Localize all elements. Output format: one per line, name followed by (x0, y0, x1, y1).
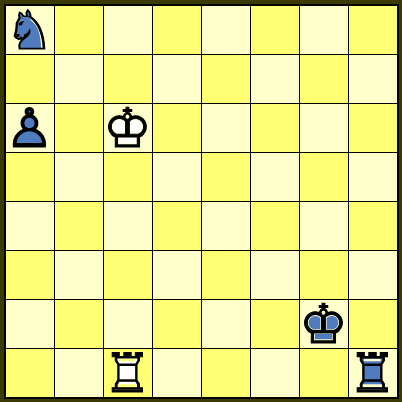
square-h4[interactable] (349, 202, 397, 250)
square-d6[interactable] (153, 104, 201, 152)
square-e4[interactable] (202, 202, 250, 250)
square-d8[interactable] (153, 6, 201, 54)
square-g8[interactable] (300, 6, 348, 54)
chess-board: ♞♘♟♙♚♔♚♔♜♖♜♖ (4, 4, 399, 399)
square-g5[interactable] (300, 153, 348, 201)
square-c1[interactable]: ♜♖ (104, 349, 152, 397)
piece-glyph-outline: ♘ (6, 7, 54, 55)
square-b2[interactable] (55, 300, 103, 348)
square-b1[interactable] (55, 349, 103, 397)
square-c5[interactable] (104, 153, 152, 201)
square-c4[interactable] (104, 202, 152, 250)
square-g7[interactable] (300, 55, 348, 103)
square-h2[interactable] (349, 300, 397, 348)
square-f6[interactable] (251, 104, 299, 152)
piece-glyph-fill: ♟ (6, 105, 54, 153)
square-d4[interactable] (153, 202, 201, 250)
piece-glyph-outline: ♖ (349, 350, 397, 398)
square-f2[interactable] (251, 300, 299, 348)
square-b3[interactable] (55, 251, 103, 299)
square-f3[interactable] (251, 251, 299, 299)
piece-white-king: ♚♔ (104, 104, 152, 152)
square-d1[interactable] (153, 349, 201, 397)
board-frame: ♞♘♟♙♚♔♚♔♜♖♜♖ (0, 0, 402, 402)
square-c2[interactable] (104, 300, 152, 348)
square-a3[interactable] (6, 251, 54, 299)
piece-black-pawn: ♟♙ (6, 104, 54, 152)
square-a1[interactable] (6, 349, 54, 397)
square-f4[interactable] (251, 202, 299, 250)
piece-black-rook: ♜♖ (349, 349, 397, 397)
square-b7[interactable] (55, 55, 103, 103)
square-e6[interactable] (202, 104, 250, 152)
piece-glyph-outline: ♔ (300, 301, 348, 349)
square-h5[interactable] (349, 153, 397, 201)
square-d7[interactable] (153, 55, 201, 103)
square-f8[interactable] (251, 6, 299, 54)
square-f5[interactable] (251, 153, 299, 201)
square-g1[interactable] (300, 349, 348, 397)
square-e2[interactable] (202, 300, 250, 348)
square-a8[interactable]: ♞♘ (6, 6, 54, 54)
piece-black-king: ♚♔ (300, 300, 348, 348)
square-a2[interactable] (6, 300, 54, 348)
square-h3[interactable] (349, 251, 397, 299)
square-h6[interactable] (349, 104, 397, 152)
square-d2[interactable] (153, 300, 201, 348)
square-f1[interactable] (251, 349, 299, 397)
square-e5[interactable] (202, 153, 250, 201)
piece-glyph-outline: ♖ (104, 350, 152, 398)
square-b5[interactable] (55, 153, 103, 201)
square-h1[interactable]: ♜♖ (349, 349, 397, 397)
square-e1[interactable] (202, 349, 250, 397)
square-c3[interactable] (104, 251, 152, 299)
square-h8[interactable] (349, 6, 397, 54)
square-f7[interactable] (251, 55, 299, 103)
square-e7[interactable] (202, 55, 250, 103)
square-e3[interactable] (202, 251, 250, 299)
square-c6[interactable]: ♚♔ (104, 104, 152, 152)
piece-glyph-fill: ♚ (104, 105, 152, 153)
piece-white-rook: ♜♖ (104, 349, 152, 397)
piece-glyph-fill: ♜ (349, 350, 397, 398)
square-g6[interactable] (300, 104, 348, 152)
piece-glyph-outline: ♔ (104, 105, 152, 153)
square-a7[interactable] (6, 55, 54, 103)
square-b8[interactable] (55, 6, 103, 54)
square-g2[interactable]: ♚♔ (300, 300, 348, 348)
square-g3[interactable] (300, 251, 348, 299)
piece-glyph-fill: ♜ (104, 350, 152, 398)
square-d3[interactable] (153, 251, 201, 299)
piece-black-knight: ♞♘ (6, 6, 54, 54)
piece-glyph-fill: ♞ (6, 7, 54, 55)
square-a6[interactable]: ♟♙ (6, 104, 54, 152)
square-e8[interactable] (202, 6, 250, 54)
square-b6[interactable] (55, 104, 103, 152)
square-d5[interactable] (153, 153, 201, 201)
square-g4[interactable] (300, 202, 348, 250)
square-c8[interactable] (104, 6, 152, 54)
piece-glyph-fill: ♚ (300, 301, 348, 349)
piece-glyph-outline: ♙ (6, 105, 54, 153)
square-h7[interactable] (349, 55, 397, 103)
square-a5[interactable] (6, 153, 54, 201)
square-c7[interactable] (104, 55, 152, 103)
square-b4[interactable] (55, 202, 103, 250)
square-a4[interactable] (6, 202, 54, 250)
